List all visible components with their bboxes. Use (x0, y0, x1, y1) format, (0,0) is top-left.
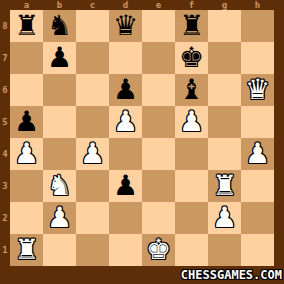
square-h4[interactable]: ♟ (241, 138, 274, 170)
square-h8[interactable] (241, 10, 274, 42)
piece-black-king: ♚ (179, 42, 204, 74)
piece-white-pawn: ♟ (47, 202, 72, 234)
square-g1[interactable] (208, 234, 241, 266)
rank-label-7: 7 (0, 42, 10, 74)
piece-white-pawn: ♟ (212, 202, 237, 234)
chess-board: ♜♞♛♜♟♚♟♝♛♟♟♟♟♟♟♞♟♜♟♟♜♚ (10, 10, 274, 266)
square-b6[interactable] (43, 74, 76, 106)
square-e5[interactable] (142, 106, 175, 138)
square-e8[interactable] (142, 10, 175, 42)
square-b3[interactable]: ♞ (43, 170, 76, 202)
square-g8[interactable] (208, 10, 241, 42)
square-f4[interactable] (175, 138, 208, 170)
square-f7[interactable]: ♚ (175, 42, 208, 74)
square-c3[interactable] (76, 170, 109, 202)
square-e3[interactable] (142, 170, 175, 202)
piece-white-pawn: ♟ (14, 138, 39, 170)
rank-label-5: 5 (0, 106, 10, 138)
piece-white-queen: ♛ (245, 74, 270, 106)
square-b8[interactable]: ♞ (43, 10, 76, 42)
rank-label-1: 1 (0, 234, 10, 266)
square-f5[interactable]: ♟ (175, 106, 208, 138)
square-h5[interactable] (241, 106, 274, 138)
square-a8[interactable]: ♜ (10, 10, 43, 42)
square-f3[interactable] (175, 170, 208, 202)
square-g3[interactable]: ♜ (208, 170, 241, 202)
square-c2[interactable] (76, 202, 109, 234)
square-d2[interactable] (109, 202, 142, 234)
square-e2[interactable] (142, 202, 175, 234)
piece-white-pawn: ♟ (179, 106, 204, 138)
square-e4[interactable] (142, 138, 175, 170)
square-d7[interactable] (109, 42, 142, 74)
square-c5[interactable] (76, 106, 109, 138)
square-d6[interactable]: ♟ (109, 74, 142, 106)
square-b2[interactable]: ♟ (43, 202, 76, 234)
piece-black-knight: ♞ (47, 10, 72, 42)
square-a6[interactable] (10, 74, 43, 106)
piece-white-pawn: ♟ (80, 138, 105, 170)
square-b5[interactable] (43, 106, 76, 138)
rank-label-2: 2 (0, 202, 10, 234)
square-d5[interactable]: ♟ (109, 106, 142, 138)
square-d1[interactable] (109, 234, 142, 266)
square-h6[interactable]: ♛ (241, 74, 274, 106)
rank-label-4: 4 (0, 138, 10, 170)
square-g6[interactable] (208, 74, 241, 106)
square-h2[interactable] (241, 202, 274, 234)
square-e1[interactable]: ♚ (142, 234, 175, 266)
piece-black-pawn: ♟ (113, 74, 138, 106)
piece-black-rook: ♜ (14, 10, 39, 42)
square-g2[interactable]: ♟ (208, 202, 241, 234)
piece-white-rook: ♜ (14, 234, 39, 266)
piece-white-rook: ♜ (212, 170, 237, 202)
square-e7[interactable] (142, 42, 175, 74)
square-f1[interactable] (175, 234, 208, 266)
square-a5[interactable]: ♟ (10, 106, 43, 138)
piece-white-king: ♚ (146, 234, 171, 266)
square-h1[interactable] (241, 234, 274, 266)
piece-black-pawn: ♟ (47, 42, 72, 74)
piece-black-bishop: ♝ (179, 74, 204, 106)
square-c6[interactable] (76, 74, 109, 106)
square-a1[interactable]: ♜ (10, 234, 43, 266)
square-e6[interactable] (142, 74, 175, 106)
rank-label-8: 8 (0, 10, 10, 42)
square-c1[interactable] (76, 234, 109, 266)
square-f2[interactable] (175, 202, 208, 234)
piece-white-pawn: ♟ (245, 138, 270, 170)
piece-black-pawn: ♟ (14, 106, 39, 138)
square-h3[interactable] (241, 170, 274, 202)
square-c7[interactable] (76, 42, 109, 74)
square-d8[interactable]: ♛ (109, 10, 142, 42)
square-f6[interactable]: ♝ (175, 74, 208, 106)
square-d4[interactable] (109, 138, 142, 170)
piece-black-queen: ♛ (113, 10, 138, 42)
square-a2[interactable] (10, 202, 43, 234)
rank-label-6: 6 (0, 74, 10, 106)
square-d3[interactable]: ♟ (109, 170, 142, 202)
square-c4[interactable]: ♟ (76, 138, 109, 170)
piece-white-knight: ♞ (47, 170, 72, 202)
square-g7[interactable] (208, 42, 241, 74)
piece-black-rook: ♜ (179, 10, 204, 42)
piece-white-pawn: ♟ (113, 106, 138, 138)
square-b4[interactable] (43, 138, 76, 170)
rank-label-3: 3 (0, 170, 10, 202)
site-watermark: CHESSGAMES.COM (181, 268, 282, 282)
piece-black-pawn: ♟ (113, 170, 138, 202)
square-h7[interactable] (241, 42, 274, 74)
square-a7[interactable] (10, 42, 43, 74)
square-b7[interactable]: ♟ (43, 42, 76, 74)
rank-labels: 87654321 (0, 10, 10, 266)
square-a3[interactable] (10, 170, 43, 202)
square-b1[interactable] (43, 234, 76, 266)
square-f8[interactable]: ♜ (175, 10, 208, 42)
square-g4[interactable] (208, 138, 241, 170)
square-g5[interactable] (208, 106, 241, 138)
square-c8[interactable] (76, 10, 109, 42)
chess-board-frame: abcdefgh 87654321 ♜♞♛♜♟♚♟♝♛♟♟♟♟♟♟♞♟♜♟♟♜♚… (0, 0, 284, 284)
square-a4[interactable]: ♟ (10, 138, 43, 170)
